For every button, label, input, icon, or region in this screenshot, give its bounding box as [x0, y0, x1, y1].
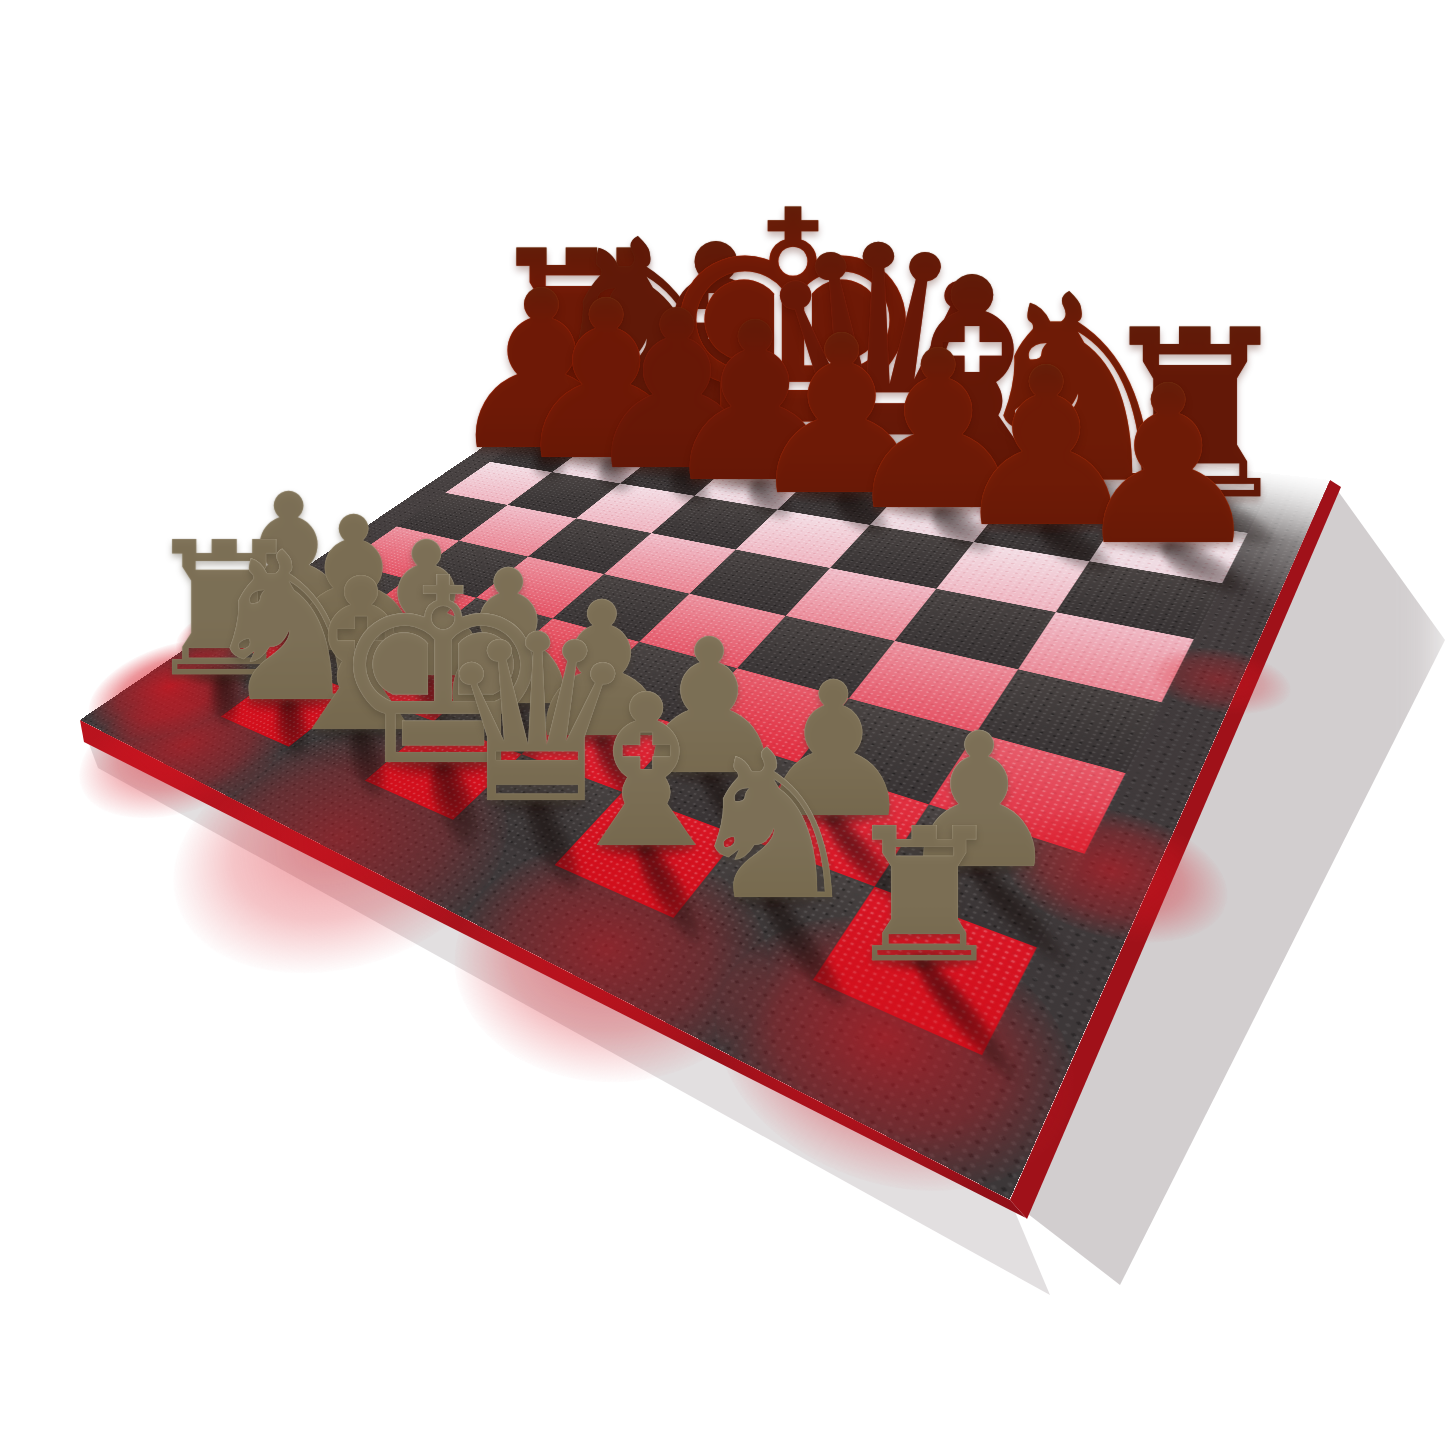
chess-board [80, 395, 1330, 1200]
scene: ♜♞♝♚♛♝♞♜♟♟♟♟♟♟♟♟♟♟♟♟♟♟♟♟♜♞♝♚♛♝♞♜ [0, 0, 1445, 1445]
